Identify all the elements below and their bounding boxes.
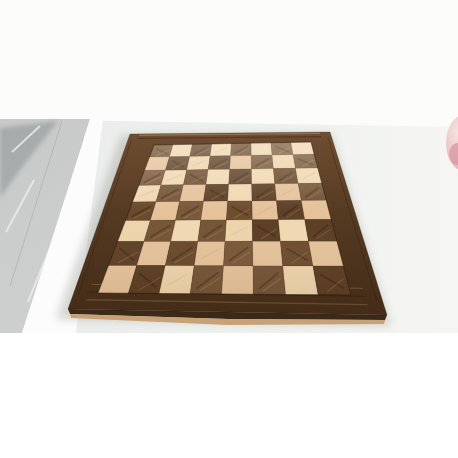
product-photo	[0, 0, 458, 458]
scene	[0, 0, 458, 458]
photo-bottom-margin	[0, 333, 458, 458]
wall	[0, 0, 458, 132]
